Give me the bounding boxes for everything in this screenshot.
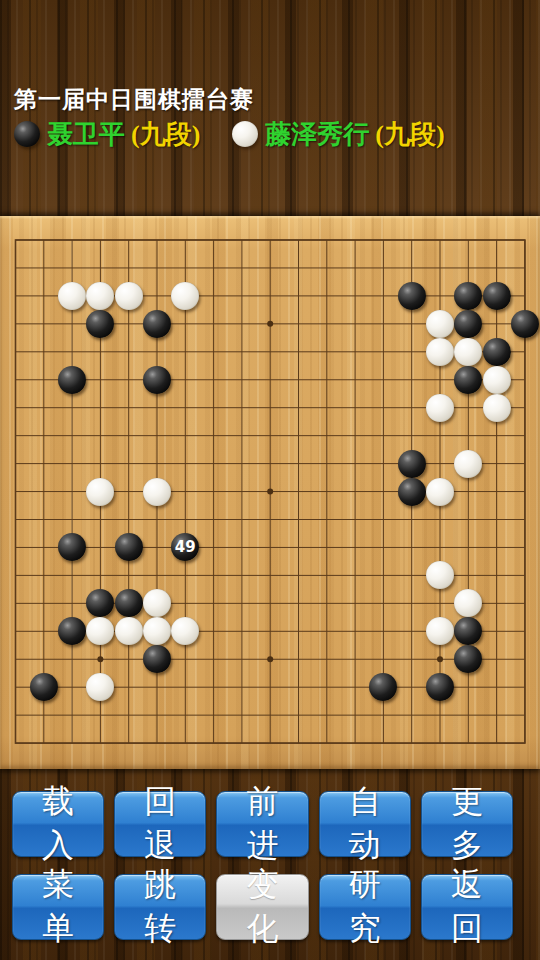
black-stone-icon	[14, 121, 40, 147]
white-stone	[426, 338, 454, 366]
white-player: 藤泽秀行 (九段)	[232, 117, 444, 152]
black-stone	[454, 282, 482, 310]
white-player-rank: (九段)	[375, 117, 444, 152]
white-stone	[171, 282, 199, 310]
black-stone	[398, 478, 426, 506]
go-board[interactable]: 49	[0, 216, 540, 769]
white-player-name: 藤泽秀行	[265, 117, 369, 152]
white-stone	[58, 282, 86, 310]
black-stone	[58, 366, 86, 394]
white-stone	[454, 450, 482, 478]
white-stone	[426, 478, 454, 506]
white-stone	[426, 394, 454, 422]
black-stone	[115, 533, 143, 561]
more-button[interactable]: 更多	[421, 791, 513, 857]
black-stone	[454, 366, 482, 394]
variation-button[interactable]: 变化	[216, 874, 308, 940]
white-stone-icon	[232, 121, 258, 147]
black-stone	[426, 673, 454, 701]
black-stone	[454, 310, 482, 338]
white-stone	[86, 478, 114, 506]
auto-button[interactable]: 自动	[319, 791, 411, 857]
white-stone	[483, 366, 511, 394]
menu-button[interactable]: 菜单	[12, 874, 104, 940]
black-stone	[398, 282, 426, 310]
black-stone	[143, 366, 171, 394]
black-player-name: 聂卫平	[47, 117, 125, 152]
white-stone	[115, 617, 143, 645]
black-player: 聂卫平 (九段)	[14, 117, 200, 152]
page-title: 第一届中日围棋擂台赛	[14, 84, 254, 115]
undo-button[interactable]: 回退	[114, 791, 206, 857]
black-stone	[398, 450, 426, 478]
white-stone	[483, 394, 511, 422]
toolbar-row-1: 载入 回退 前进 自动 更多	[12, 791, 513, 857]
white-stone	[454, 338, 482, 366]
black-stone	[511, 310, 539, 338]
load-button[interactable]: 载入	[12, 791, 104, 857]
black-stone	[483, 282, 511, 310]
white-stone	[143, 478, 171, 506]
white-stone	[115, 282, 143, 310]
players-bar: 聂卫平 (九段) 藤泽秀行 (九段)	[14, 118, 445, 150]
black-player-rank: (九段)	[131, 117, 200, 152]
research-button[interactable]: 研究	[319, 874, 411, 940]
white-stone	[426, 310, 454, 338]
last-move-label: 49	[175, 540, 196, 555]
back-button[interactable]: 返回	[421, 874, 513, 940]
black-stone	[30, 673, 58, 701]
black-stone	[483, 338, 511, 366]
black-stone	[143, 310, 171, 338]
black-stone	[115, 589, 143, 617]
jump-button[interactable]: 跳转	[114, 874, 206, 940]
go-app-screen: { "game": "go", "header": { "title": "第一…	[0, 0, 540, 960]
toolbar-row-2: 菜单 跳转 变化 研究 返回	[12, 874, 513, 940]
forward-button[interactable]: 前进	[216, 791, 308, 857]
